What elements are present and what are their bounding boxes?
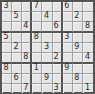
cell-r7c4-given: 1 <box>32 64 42 74</box>
cell-r2c8-given: 2 <box>73 12 83 22</box>
cell-r2c5-given: 4 <box>42 12 52 22</box>
cell-r4c7-given: 3 <box>63 33 73 43</box>
cell-r2c1-empty[interactable] <box>2 12 12 22</box>
cell-r9c1-empty[interactable] <box>2 84 12 93</box>
cell-r9c4-empty[interactable] <box>32 84 42 93</box>
cell-r8c1-empty[interactable] <box>2 74 12 84</box>
cell-r4c4-given: 8 <box>32 33 42 43</box>
cell-r1c3-empty[interactable] <box>22 2 32 12</box>
cell-r1c7-given: 6 <box>63 2 73 12</box>
cell-r1c4-given: 7 <box>32 2 42 12</box>
cell-r8c5-given: 9 <box>42 74 52 84</box>
cell-r9c2-empty[interactable] <box>12 84 22 93</box>
cell-r4c1-given: 5 <box>2 33 12 43</box>
cell-r6c6-given: 2 <box>53 53 63 64</box>
cell-r5c1-empty[interactable] <box>2 43 12 53</box>
sudoku-board: 376542468583239824819698731 <box>0 0 95 94</box>
cell-r4c6-empty[interactable] <box>53 33 63 43</box>
cell-r9c5-empty[interactable] <box>42 84 52 93</box>
cell-r6c5-empty[interactable] <box>42 53 52 64</box>
cell-r9c9-given: 1 <box>83 84 93 93</box>
cell-r3c9-given: 8 <box>83 22 93 33</box>
cell-r7c7-given: 9 <box>63 64 73 74</box>
cell-r4c9-empty[interactable] <box>83 33 93 43</box>
cell-r3c2-empty[interactable] <box>12 22 22 33</box>
cell-r2c2-given: 5 <box>12 12 22 22</box>
cell-r3c6-given: 6 <box>53 22 63 33</box>
cell-r7c9-empty[interactable] <box>83 64 93 74</box>
cell-r3c5-empty[interactable] <box>42 22 52 33</box>
cell-r1c9-empty[interactable] <box>83 2 93 12</box>
cell-r8c8-given: 8 <box>73 74 83 84</box>
cell-r3c8-empty[interactable] <box>73 22 83 33</box>
cell-r9c3-given: 7 <box>22 84 32 93</box>
cell-r2c4-empty[interactable] <box>32 12 42 22</box>
cell-r6c3-given: 8 <box>22 53 32 64</box>
cell-r8c4-empty[interactable] <box>32 74 42 84</box>
cell-r9c8-empty[interactable] <box>73 84 83 93</box>
cell-r9c7-empty[interactable] <box>63 84 73 93</box>
cell-r5c5-given: 3 <box>42 43 52 53</box>
cell-r1c1-given: 3 <box>2 2 12 12</box>
cell-r6c2-empty[interactable] <box>12 53 22 64</box>
cell-r3c3-given: 4 <box>22 22 32 33</box>
cell-r1c6-empty[interactable] <box>53 2 63 12</box>
cell-r8c7-empty[interactable] <box>63 74 73 84</box>
cell-r8c2-given: 6 <box>12 74 22 84</box>
cell-r9c6-given: 3 <box>53 84 63 93</box>
cell-r2c7-empty[interactable] <box>63 12 73 22</box>
cell-r5c4-empty[interactable] <box>32 43 42 53</box>
cell-r7c3-empty[interactable] <box>22 64 32 74</box>
cell-r7c6-empty[interactable] <box>53 64 63 74</box>
cell-r5c2-given: 2 <box>12 43 22 53</box>
cell-r5c8-given: 9 <box>73 43 83 53</box>
cell-r6c8-empty[interactable] <box>73 53 83 64</box>
cell-r5c7-empty[interactable] <box>63 43 73 53</box>
cell-r6c9-given: 4 <box>83 53 93 64</box>
cell-r4c3-empty[interactable] <box>22 33 32 43</box>
cell-r7c1-given: 8 <box>2 64 12 74</box>
